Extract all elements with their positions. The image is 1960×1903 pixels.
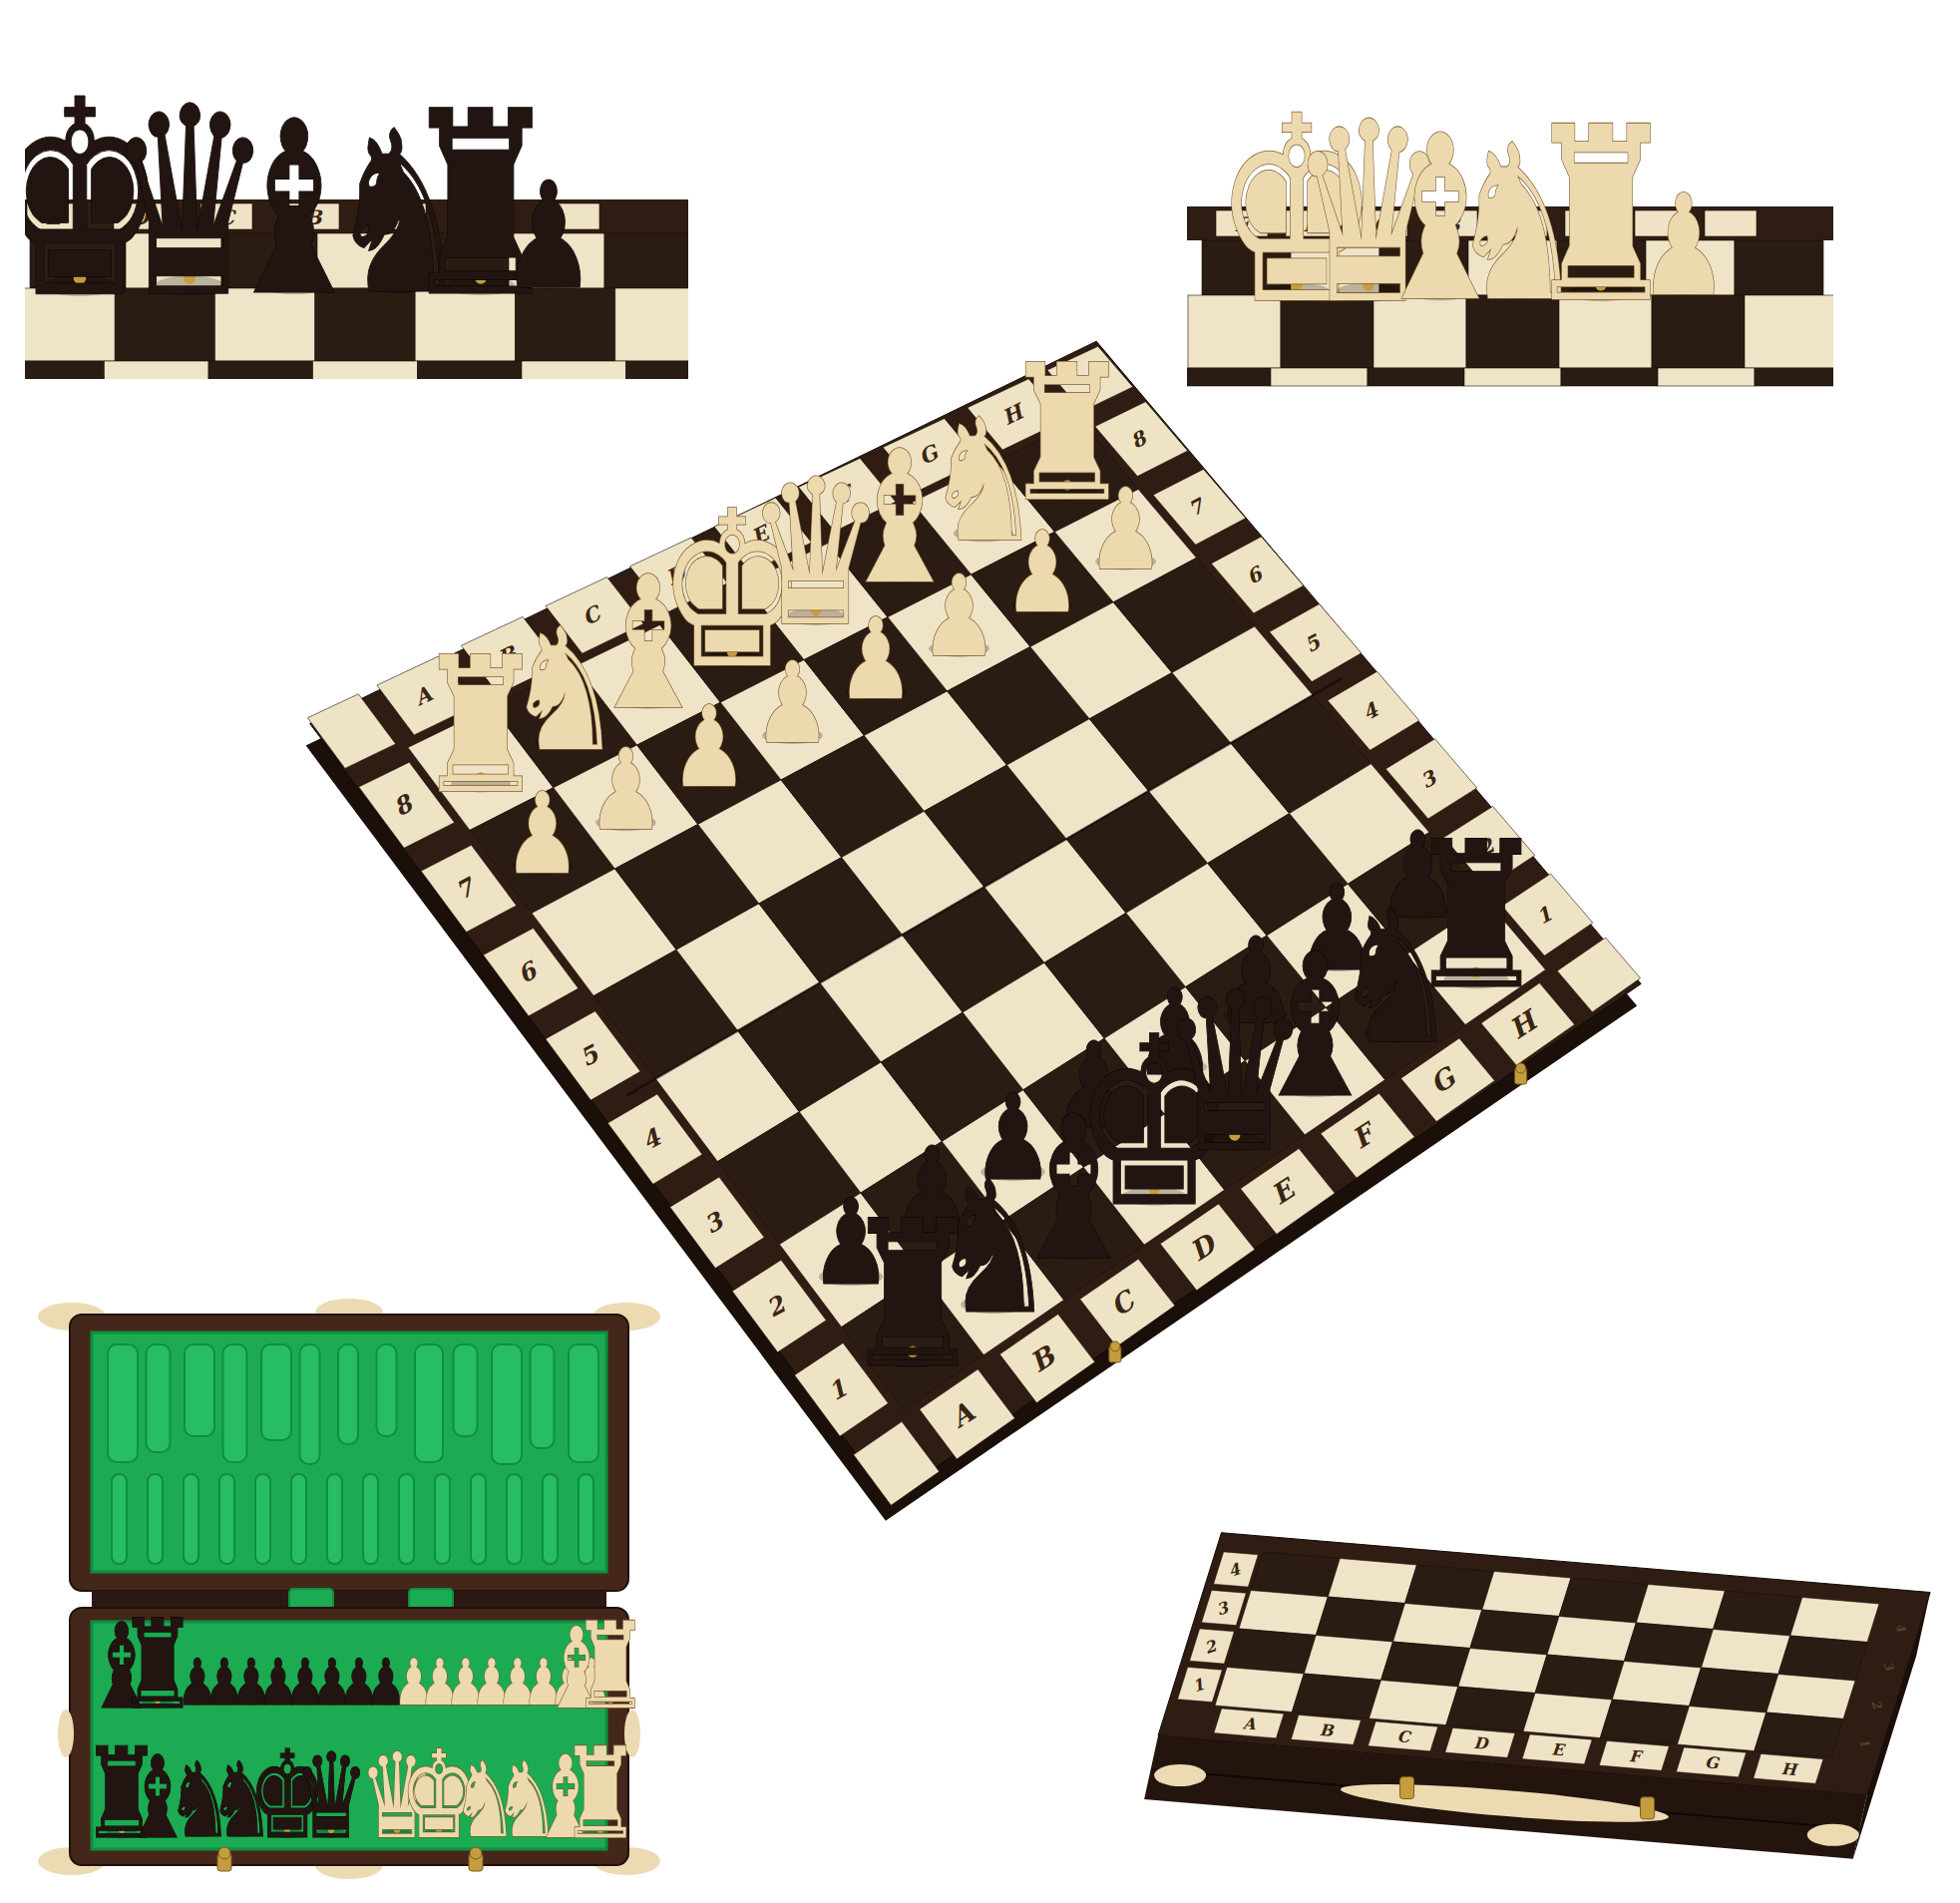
felt-piece-recess [338, 1344, 358, 1444]
piece-white-pawn-f7: ♟ [920, 552, 997, 681]
piece-white-pawn-e7: ♟ [837, 595, 915, 725]
closed-square-d2 [1458, 1649, 1547, 1694]
closeup-square [417, 361, 522, 381]
felt-piece-recess [569, 1344, 598, 1462]
piece-white-pawn: ♟ [1639, 165, 1729, 327]
closeup-square [1561, 368, 1658, 386]
closeup-square [626, 361, 731, 381]
brass-clasp [1110, 1341, 1120, 1351]
piece-black-pawn: ♟ [501, 151, 596, 322]
closed-square-e4 [1559, 1578, 1648, 1623]
closed-square-e1 [1523, 1694, 1612, 1738]
closed-square-a1 [1215, 1668, 1304, 1713]
closed-square-c3 [1393, 1604, 1482, 1649]
closed-square-b2 [1304, 1636, 1392, 1681]
side-accent-oval [1154, 1764, 1206, 1786]
piece-white-pawn-h7: ♟ [1086, 465, 1164, 594]
felt-piece-recess [184, 1474, 198, 1564]
closed-square-f2 [1612, 1662, 1701, 1707]
closed-square-f4 [1636, 1585, 1725, 1630]
piece-white-pawn-a7: ♟ [504, 769, 582, 899]
felt-piece-recess [147, 1344, 171, 1452]
brass-clasp [1641, 1797, 1655, 1819]
piece-black-queen: ♛ [293, 1728, 369, 1865]
felt-piece-recess [543, 1474, 558, 1564]
felt-piece-recess [185, 1344, 214, 1436]
closeup-square [1368, 368, 1464, 386]
piece-white-pawn-d7: ♟ [753, 638, 831, 768]
closeup-square [1464, 368, 1561, 386]
closeup-square [604, 233, 700, 288]
piece-white-pawn-c7: ♟ [670, 682, 748, 812]
closed-square-d4 [1482, 1572, 1571, 1617]
closed-square-h3 [1778, 1636, 1867, 1681]
closed-square-f1 [1600, 1700, 1689, 1744]
closed-square-g1 [1678, 1707, 1766, 1751]
closed-square-h2 [1766, 1675, 1855, 1719]
felt-piece-recess [492, 1344, 522, 1464]
photo-closed-folded-board: 4321ABCDEFGH4321 [1144, 1533, 1930, 1859]
felt-piece-recess [363, 1474, 378, 1564]
closed-square-f3 [1624, 1623, 1713, 1668]
closeup-square [1735, 240, 1823, 295]
closed-square-d3 [1470, 1610, 1559, 1655]
closed-square-g3 [1702, 1630, 1790, 1675]
piece-white-rook: ♜ [572, 1597, 648, 1736]
closeup-square [313, 361, 418, 381]
closed-square-e3 [1547, 1617, 1636, 1662]
felt-piece-recess [148, 1474, 163, 1564]
closeup-square [0, 361, 104, 381]
closed-square-h1 [1755, 1713, 1843, 1757]
closed-square-b3 [1316, 1597, 1404, 1642]
felt-piece-recess [219, 1474, 234, 1564]
product-photo-collage: EDCBA♚♛♝♞♜♟ EDCBA♚♛♝♞♜♟ AABBCCDDEEFFGGHH… [0, 0, 1960, 1903]
closed-square-a3 [1239, 1591, 1328, 1636]
felt-piece-recess [112, 1474, 127, 1564]
closed-square-g2 [1690, 1668, 1778, 1713]
closed-square-c1 [1370, 1681, 1458, 1725]
felt-piece-recess [255, 1474, 270, 1564]
side-accent-oval [1807, 1824, 1859, 1846]
brass-clasp [470, 1847, 482, 1859]
closed-square-g4 [1714, 1591, 1802, 1636]
felt-piece-recess [454, 1344, 478, 1436]
felt-piece-recess [399, 1474, 414, 1564]
closed-square-h4 [1790, 1598, 1879, 1643]
photo-light-pieces-closeup: EDCBA♚♛♝♞♜♟ [1172, 61, 1853, 386]
closed-file-label-A: A [1242, 1713, 1258, 1733]
closed-square-a4 [1251, 1552, 1340, 1597]
piece-white-rook: ♜ [560, 1720, 640, 1867]
piece-white-pawn-b7: ♟ [587, 726, 664, 856]
closeup-square [104, 361, 208, 381]
felt-piece-recess [579, 1474, 593, 1564]
felt-piece-recess [300, 1344, 320, 1464]
felt-piece-recess [223, 1344, 247, 1462]
closed-square-b4 [1328, 1559, 1416, 1604]
closeup-square [208, 361, 313, 381]
felt-piece-recess [507, 1474, 522, 1564]
felt-piece-recess [377, 1344, 397, 1436]
closed-square-b1 [1292, 1674, 1380, 1718]
photo-open-storage-case: ♝♜♟♟♟♟♟♟♟♟♟♟♟♟♟♟♟♟♝♜♜♝♞♞♚♛♛♚♞♞♝♜ [38, 1299, 660, 1879]
felt-piece-recess [435, 1474, 450, 1564]
closeup-square [522, 361, 626, 381]
closeup-square [615, 288, 715, 361]
closeup-square [1271, 368, 1368, 386]
closeup-square [1745, 295, 1837, 368]
photo-dark-pieces-closeup: EDCBA♚♛♝♞♜♟ [0, 42, 730, 381]
brass-clasp [218, 1847, 230, 1859]
closed-square-a2 [1227, 1629, 1316, 1674]
piece-white-pawn-g7: ♟ [1003, 508, 1081, 637]
case-side-handle [58, 1710, 74, 1757]
brass-clasp [1400, 1777, 1414, 1799]
piece-black-rook-h1: ♜ [1405, 798, 1548, 1035]
felt-piece-recess [471, 1474, 486, 1564]
felt-piece-recess [261, 1344, 291, 1440]
felt-piece-recess [415, 1344, 443, 1462]
felt-piece-recess [291, 1474, 306, 1564]
closed-square-c4 [1405, 1565, 1494, 1610]
closed-square-d1 [1446, 1687, 1535, 1731]
brass-clasp [1516, 1063, 1526, 1073]
felt-piece-recess [531, 1344, 555, 1448]
closeup-square [1174, 368, 1271, 386]
closeup-square [1755, 368, 1851, 386]
closed-square-c2 [1381, 1642, 1470, 1687]
closed-square-e2 [1535, 1655, 1624, 1700]
closeup-square [1658, 368, 1755, 386]
felt-piece-recess [108, 1344, 138, 1462]
felt-piece-recess [327, 1474, 342, 1564]
